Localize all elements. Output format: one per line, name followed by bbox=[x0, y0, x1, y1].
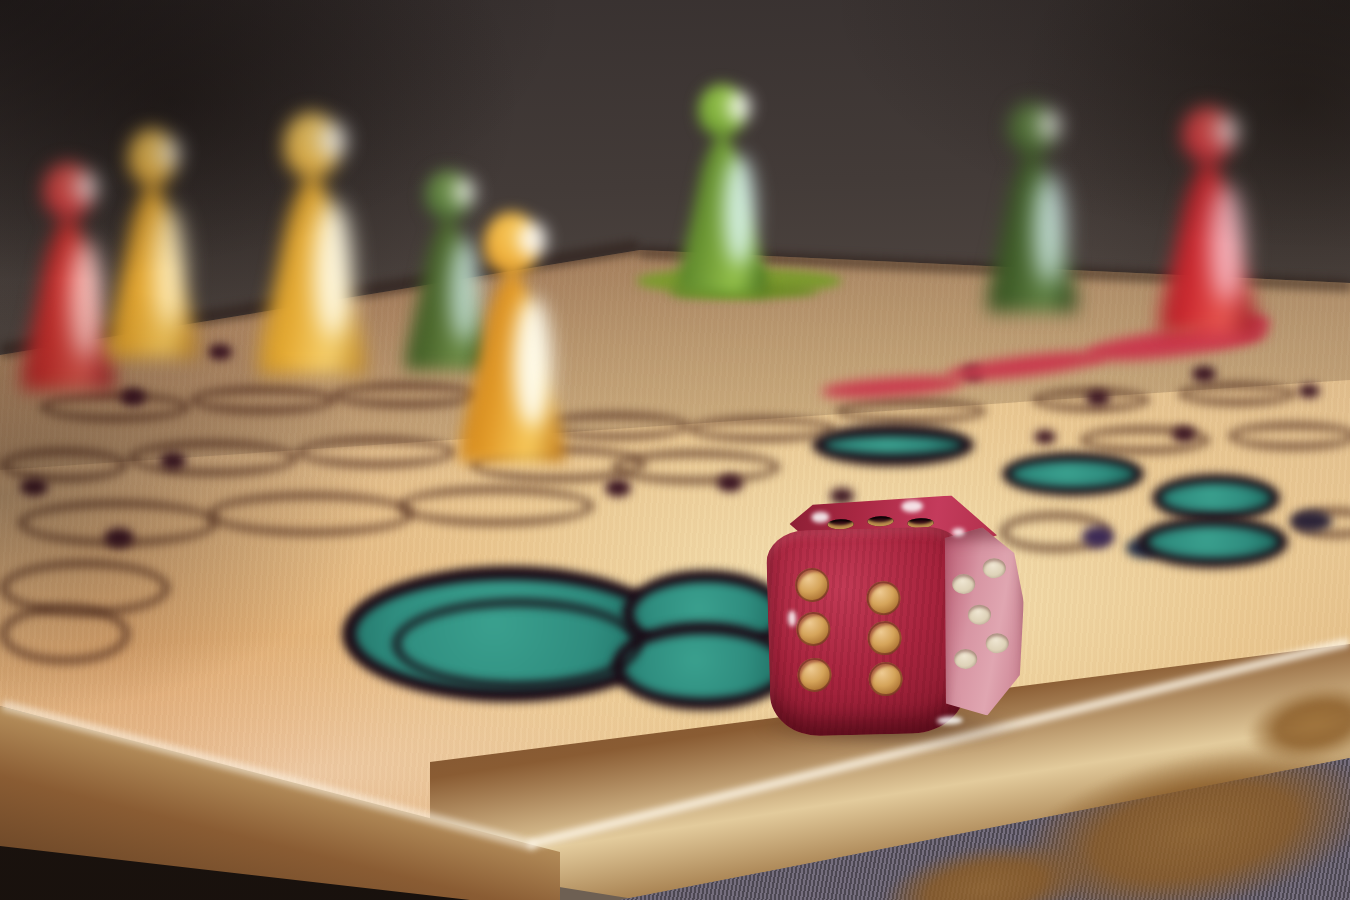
die-pip-right bbox=[967, 604, 991, 625]
die-pip-right bbox=[953, 648, 977, 669]
wood-knot bbox=[20, 478, 48, 496]
die-specular-glint bbox=[937, 716, 963, 725]
pawn-head-glint bbox=[1214, 115, 1240, 147]
pawn-head-glint bbox=[158, 137, 182, 169]
pawn-highlight bbox=[314, 201, 351, 337]
wood-knot bbox=[160, 452, 186, 470]
wood-knot bbox=[208, 344, 232, 360]
track-circle bbox=[688, 416, 836, 442]
pawn-red-2 bbox=[1158, 106, 1258, 334]
track-circle bbox=[1228, 422, 1350, 450]
track-circle bbox=[128, 440, 298, 476]
pawn-yellow-1 bbox=[106, 128, 198, 358]
pawn-highlight bbox=[1210, 184, 1244, 303]
wood-knot bbox=[1192, 366, 1216, 382]
die-pip-right bbox=[985, 632, 1009, 653]
wood-knot bbox=[120, 388, 146, 406]
wood-knot bbox=[1298, 384, 1320, 398]
teal-home-circle bbox=[1148, 526, 1278, 558]
pawn-head-glint bbox=[728, 92, 752, 121]
pawn-head-glint bbox=[74, 171, 99, 203]
track-circle bbox=[208, 492, 414, 536]
track-circle bbox=[1178, 382, 1296, 406]
track-circle bbox=[190, 386, 336, 414]
red-die bbox=[755, 489, 1023, 744]
track-circle bbox=[398, 486, 594, 526]
teal-home-circle bbox=[824, 436, 962, 454]
die-pip-right bbox=[951, 573, 975, 594]
die-right-face-five bbox=[940, 526, 1027, 716]
track-circle bbox=[836, 398, 986, 424]
wood-knot bbox=[1034, 430, 1056, 444]
wood-knot bbox=[104, 528, 134, 548]
die-specular-glint bbox=[788, 610, 796, 626]
teal-home-circle bbox=[1011, 461, 1135, 487]
pawn-highlight bbox=[154, 206, 185, 326]
die-pip-front bbox=[795, 568, 830, 603]
pawn-head-glint bbox=[1038, 110, 1062, 139]
track-circle bbox=[612, 450, 780, 484]
die-pip-top bbox=[867, 516, 893, 527]
wood-knot bbox=[717, 474, 743, 492]
pawn-head-glint bbox=[453, 178, 476, 206]
track-circle bbox=[0, 604, 130, 664]
pawn-yellow-3 bbox=[458, 212, 566, 462]
pawn-highlight bbox=[70, 240, 103, 359]
pawn-head-glint bbox=[319, 122, 348, 159]
teal-inner-ring bbox=[392, 598, 642, 690]
die-pip-right bbox=[982, 557, 1006, 578]
pawn-highlight bbox=[514, 297, 551, 427]
die-pip-front bbox=[797, 658, 832, 693]
pawn-green-3 bbox=[986, 102, 1078, 312]
track-circle bbox=[0, 448, 128, 482]
die-front-face-six bbox=[766, 526, 967, 737]
wood-knot bbox=[1082, 526, 1114, 548]
wood-knot bbox=[1290, 510, 1332, 532]
die-pip-front bbox=[867, 621, 902, 656]
die-pip-front bbox=[866, 581, 901, 616]
pawn-highlight bbox=[724, 155, 755, 264]
pawn-yellow-2 bbox=[257, 112, 367, 374]
wood-knot bbox=[1172, 426, 1196, 442]
track-circle bbox=[296, 436, 456, 468]
die-pip-top bbox=[827, 519, 853, 530]
die-pip-front bbox=[796, 612, 831, 647]
pawn-red-1 bbox=[20, 162, 116, 390]
wood-knot bbox=[605, 479, 631, 497]
track-circle bbox=[40, 392, 190, 422]
pawn-green-2 bbox=[676, 84, 768, 294]
ludo-board-photo bbox=[0, 0, 1350, 900]
teal-home-circle bbox=[1161, 483, 1271, 513]
pawn-highlight bbox=[1034, 173, 1065, 282]
wood-knot bbox=[1086, 390, 1110, 406]
pawn-head-glint bbox=[518, 222, 546, 257]
die-pip-front bbox=[868, 662, 903, 697]
